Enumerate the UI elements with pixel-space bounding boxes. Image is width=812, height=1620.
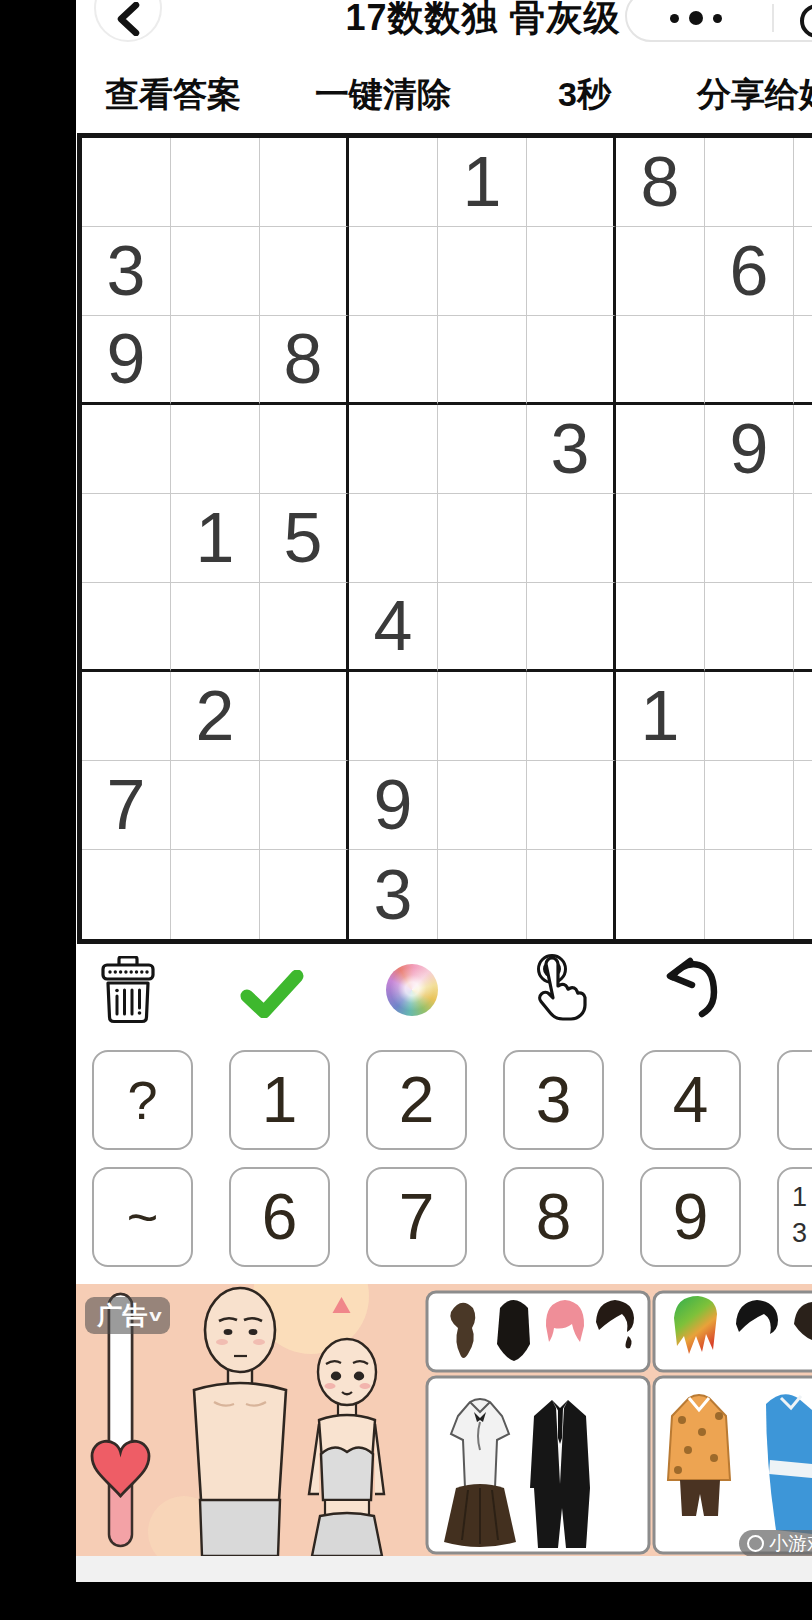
sudoku-cell-given[interactable]: 5 [260,494,349,583]
bottom-black-band [0,1582,812,1620]
keypad-notes-key[interactable]: 13 [777,1167,812,1267]
sudoku-cell[interactable] [705,494,794,583]
keypad-key-9[interactable]: 9 [640,1167,741,1267]
sudoku-cell-given[interactable]: 9 [349,761,438,850]
notes-key-digit: 3 [792,1215,807,1251]
tap-hand-icon [524,952,588,1022]
sudoku-cell[interactable] [82,850,171,939]
sudoku-cell[interactable] [527,761,616,850]
ad-man-figure [194,1288,286,1556]
sudoku-cell[interactable] [794,583,812,672]
capsule-divider [772,4,774,32]
sudoku-cell[interactable] [260,227,349,316]
wechat-capsule[interactable] [625,0,812,42]
sudoku-cell[interactable] [349,672,438,761]
ad-card-outfits-1 [427,1377,649,1553]
sudoku-cell[interactable] [616,761,705,850]
sudoku-cell[interactable] [171,316,260,405]
sudoku-grid: 1836983915421793 [77,133,812,944]
minigame-logo-icon [747,1535,764,1552]
sudoku-cell-given[interactable]: 1 [171,494,260,583]
sudoku-cell[interactable] [260,850,349,939]
palette-button[interactable] [386,964,438,1016]
sudoku-cell[interactable] [705,850,794,939]
sudoku-cell[interactable] [349,405,438,494]
sudoku-cell[interactable] [705,672,794,761]
sudoku-cell[interactable] [260,405,349,494]
sudoku-cell[interactable] [260,672,349,761]
sudoku-cell[interactable] [438,583,527,672]
sudoku-cell[interactable] [82,672,171,761]
sudoku-cell[interactable] [794,316,812,405]
sudoku-cell[interactable] [438,850,527,939]
sudoku-cell[interactable] [705,138,794,227]
sudoku-cell[interactable] [616,850,705,939]
sudoku-cell[interactable] [527,494,616,583]
sudoku-cell[interactable] [705,761,794,850]
sudoku-cell[interactable] [705,316,794,405]
sudoku-cell[interactable] [794,761,812,850]
sudoku-cell[interactable] [794,850,812,939]
check-icon [240,970,304,1018]
ad-label-text: 广告 [97,1299,147,1332]
sudoku-cell[interactable] [171,850,260,939]
sudoku-cell[interactable] [82,138,171,227]
view-answer-button[interactable]: 查看答案 [105,72,241,118]
undo-arrow-icon [662,956,720,1018]
sudoku-cell-given[interactable]: 4 [349,583,438,672]
keypad-key-6[interactable]: 6 [229,1167,330,1267]
sudoku-cell-given[interactable]: 8 [616,138,705,227]
ad-woman-figure [309,1339,384,1556]
check-button[interactable] [240,970,304,1018]
sudoku-cell[interactable] [171,138,260,227]
keypad-key-7[interactable]: 7 [366,1167,467,1267]
sudoku-cell-given[interactable]: 1 [438,138,527,227]
sudoku-cell[interactable] [260,761,349,850]
undo-button[interactable] [662,956,720,1018]
keypad-key-8[interactable]: 8 [503,1167,604,1267]
sudoku-cell-given[interactable]: 6 [705,227,794,316]
bottom-strip [76,1556,812,1582]
sudoku-cell[interactable] [616,405,705,494]
keypad-key-?[interactable]: ? [92,1050,193,1150]
sudoku-cell[interactable] [705,583,794,672]
keypad-key-4[interactable]: 4 [640,1050,741,1150]
sudoku-cell[interactable] [527,850,616,939]
sudoku-cell[interactable] [349,227,438,316]
sudoku-cell-given[interactable]: 9 [705,405,794,494]
sudoku-cell[interactable] [349,494,438,583]
sudoku-cell[interactable] [794,138,812,227]
sudoku-cell[interactable] [171,227,260,316]
sudoku-cell[interactable] [616,227,705,316]
more-ellipsis-icon [713,14,722,23]
sudoku-cell[interactable] [794,672,812,761]
keypad-key-2[interactable]: 2 [366,1050,467,1150]
ad-card-hairstyles-2 [654,1292,812,1371]
clear-all-button[interactable]: 一键清除 [315,72,451,118]
sudoku-cell-given[interactable]: 3 [527,405,616,494]
ad-card-hairstyles-1 [427,1292,649,1371]
letterbox-left-bar [0,0,76,1620]
sudoku-cell[interactable] [260,583,349,672]
sudoku-cell[interactable] [616,316,705,405]
notes-key-digit: 1 [792,1179,807,1215]
sudoku-cell[interactable] [794,494,812,583]
more-ellipsis-icon [670,14,679,23]
sudoku-cell[interactable] [171,583,260,672]
sudoku-cell[interactable] [527,583,616,672]
keypad-key-5[interactable]: 5 [777,1050,812,1150]
minigame-watermark: 小游戏 [739,1530,812,1557]
sudoku-cell[interactable] [82,405,171,494]
sudoku-cell[interactable] [260,138,349,227]
trash-icon [100,956,156,1024]
sudoku-cell-given[interactable]: 8 [260,316,349,405]
ad-label[interactable]: 广告 v [85,1297,170,1334]
minigame-watermark-text: 小游戏 [769,1531,812,1557]
keypad-key-~[interactable]: ~ [92,1167,193,1267]
sudoku-cell[interactable] [527,672,616,761]
sudoku-cell[interactable] [438,494,527,583]
ad-illustration [76,1284,812,1556]
sudoku-cell[interactable] [794,405,812,494]
sudoku-cell[interactable] [438,761,527,850]
sudoku-cell-given[interactable]: 3 [349,850,438,939]
chevron-down-icon: v [149,1307,161,1325]
sudoku-cell[interactable] [171,761,260,850]
sudoku-cell[interactable] [794,227,812,316]
keypad-key-3[interactable]: 3 [503,1050,604,1150]
keypad-key-1[interactable]: 1 [229,1050,330,1150]
tap-mode-button[interactable] [524,952,588,1022]
sudoku-cell-given[interactable]: 1 [616,672,705,761]
sudoku-cell[interactable] [171,405,260,494]
sudoku-cell[interactable] [349,316,438,405]
close-circle-icon[interactable] [800,4,812,38]
sudoku-cell[interactable] [438,672,527,761]
sudoku-cell[interactable] [349,138,438,227]
ad-banner[interactable] [76,1284,812,1556]
sudoku-cell[interactable] [527,227,616,316]
share-button[interactable]: 分享给好友 [697,72,812,118]
sudoku-cell[interactable] [82,494,171,583]
sudoku-cell[interactable] [527,316,616,405]
sudoku-cell[interactable] [438,227,527,316]
sudoku-cell[interactable] [616,583,705,672]
sudoku-cell-given[interactable]: 3 [82,227,171,316]
sudoku-cell[interactable] [616,494,705,583]
sudoku-cell-given[interactable]: 7 [82,761,171,850]
sudoku-cell-given[interactable]: 9 [82,316,171,405]
sudoku-cell[interactable] [438,405,527,494]
sudoku-cell[interactable] [527,138,616,227]
sudoku-cell[interactable] [438,316,527,405]
timer-label: 3秒 [558,72,611,118]
erase-button[interactable] [100,956,156,1024]
sudoku-cell[interactable] [82,583,171,672]
sudoku-cell-given[interactable]: 2 [171,672,260,761]
more-ellipsis-icon [689,11,703,25]
ad-card-outfits-2 [654,1377,812,1553]
